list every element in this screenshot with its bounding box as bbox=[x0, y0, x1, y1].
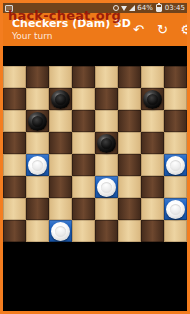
white-piece[interactable] bbox=[51, 222, 70, 241]
square-r2c1[interactable] bbox=[26, 110, 49, 132]
square-r5c4[interactable] bbox=[95, 176, 118, 198]
square-r6c6[interactable] bbox=[141, 198, 164, 220]
board-bottom-gap bbox=[3, 242, 187, 311]
square-r3c2[interactable] bbox=[49, 132, 72, 154]
square-r0c5[interactable] bbox=[118, 66, 141, 88]
app-bar: Checkers (Dam) 3D Your turn ↶ ↻ ⚙ bbox=[3, 13, 187, 46]
square-r0c0[interactable] bbox=[3, 66, 26, 88]
square-r3c1[interactable] bbox=[26, 132, 49, 154]
square-r1c7[interactable] bbox=[164, 88, 187, 110]
square-r7c7[interactable] bbox=[164, 220, 187, 242]
square-r1c6[interactable] bbox=[141, 88, 164, 110]
square-r7c5[interactable] bbox=[118, 220, 141, 242]
battery-icon bbox=[156, 4, 162, 12]
black-piece[interactable] bbox=[97, 134, 116, 153]
board-top-gap bbox=[3, 46, 187, 66]
white-piece[interactable] bbox=[28, 156, 47, 175]
square-r7c6[interactable] bbox=[141, 220, 164, 242]
square-r0c4[interactable] bbox=[95, 66, 118, 88]
square-r0c3[interactable] bbox=[72, 66, 95, 88]
piece-face bbox=[32, 160, 43, 171]
turn-status: Your turn bbox=[12, 31, 131, 41]
square-r4c6[interactable] bbox=[141, 154, 164, 176]
wifi-icon bbox=[121, 6, 127, 11]
page-title: Checkers (Dam) 3D bbox=[12, 18, 131, 31]
piece-face bbox=[147, 94, 158, 105]
square-r2c2[interactable] bbox=[49, 110, 72, 132]
alarm-icon bbox=[113, 5, 119, 11]
square-r1c4[interactable] bbox=[95, 88, 118, 110]
app-bar-actions: ↶ ↻ ⚙ bbox=[131, 23, 190, 36]
square-r3c7[interactable] bbox=[164, 132, 187, 154]
white-piece[interactable] bbox=[166, 156, 185, 175]
square-r5c0[interactable] bbox=[3, 176, 26, 198]
square-r5c1[interactable] bbox=[26, 176, 49, 198]
piece-face bbox=[101, 138, 112, 149]
square-r2c5[interactable] bbox=[118, 110, 141, 132]
square-r4c0[interactable] bbox=[3, 154, 26, 176]
square-r1c2[interactable] bbox=[49, 88, 72, 110]
square-r2c7[interactable] bbox=[164, 110, 187, 132]
square-r6c4[interactable] bbox=[95, 198, 118, 220]
square-r7c2[interactable] bbox=[49, 220, 72, 242]
square-r4c3[interactable] bbox=[72, 154, 95, 176]
piece-face bbox=[32, 116, 43, 127]
undo-icon[interactable]: ↶ bbox=[131, 23, 146, 36]
square-r0c6[interactable] bbox=[141, 66, 164, 88]
square-r6c1[interactable] bbox=[26, 198, 49, 220]
piece-face bbox=[55, 226, 66, 237]
app-bar-titles: Checkers (Dam) 3D Your turn bbox=[12, 18, 131, 41]
screen: 64% 03:45 Checkers (Dam) 3D Your turn ↶ … bbox=[3, 3, 187, 311]
square-r5c5[interactable] bbox=[118, 176, 141, 198]
square-r3c0[interactable] bbox=[3, 132, 26, 154]
clock: 03:45 bbox=[165, 3, 185, 13]
status-bar: 64% 03:45 bbox=[3, 3, 187, 13]
square-r3c3[interactable] bbox=[72, 132, 95, 154]
black-piece[interactable] bbox=[51, 90, 70, 109]
square-r0c2[interactable] bbox=[49, 66, 72, 88]
square-r3c5[interactable] bbox=[118, 132, 141, 154]
notification-icon bbox=[5, 5, 13, 12]
checkers-board bbox=[3, 66, 187, 242]
square-r3c6[interactable] bbox=[141, 132, 164, 154]
square-r4c5[interactable] bbox=[118, 154, 141, 176]
square-r5c3[interactable] bbox=[72, 176, 95, 198]
square-r6c5[interactable] bbox=[118, 198, 141, 220]
square-r0c7[interactable] bbox=[164, 66, 187, 88]
square-r6c2[interactable] bbox=[49, 198, 72, 220]
square-r2c6[interactable] bbox=[141, 110, 164, 132]
black-piece[interactable] bbox=[28, 112, 47, 131]
square-r7c4[interactable] bbox=[95, 220, 118, 242]
restart-icon[interactable]: ↻ bbox=[155, 23, 170, 36]
gear-icon[interactable]: ⚙ bbox=[179, 23, 190, 36]
signal-icon bbox=[129, 5, 135, 11]
square-r5c2[interactable] bbox=[49, 176, 72, 198]
piece-face bbox=[170, 204, 181, 215]
square-r5c7[interactable] bbox=[164, 176, 187, 198]
white-piece[interactable] bbox=[166, 200, 185, 219]
square-r6c3[interactable] bbox=[72, 198, 95, 220]
piece-face bbox=[170, 160, 181, 171]
square-r7c3[interactable] bbox=[72, 220, 95, 242]
square-r0c1[interactable] bbox=[26, 66, 49, 88]
white-piece[interactable] bbox=[97, 178, 116, 197]
square-r1c5[interactable] bbox=[118, 88, 141, 110]
square-r2c4[interactable] bbox=[95, 110, 118, 132]
square-r2c0[interactable] bbox=[3, 110, 26, 132]
square-r4c7[interactable] bbox=[164, 154, 187, 176]
square-r6c7[interactable] bbox=[164, 198, 187, 220]
piece-face bbox=[55, 94, 66, 105]
piece-face bbox=[101, 182, 112, 193]
square-r4c2[interactable] bbox=[49, 154, 72, 176]
black-piece[interactable] bbox=[143, 90, 162, 109]
square-r6c0[interactable] bbox=[3, 198, 26, 220]
square-r4c4[interactable] bbox=[95, 154, 118, 176]
square-r1c3[interactable] bbox=[72, 88, 95, 110]
square-r5c6[interactable] bbox=[141, 176, 164, 198]
battery-percent: 64% bbox=[137, 3, 153, 13]
square-r7c0[interactable] bbox=[3, 220, 26, 242]
square-r7c1[interactable] bbox=[26, 220, 49, 242]
square-r2c3[interactable] bbox=[72, 110, 95, 132]
square-r4c1[interactable] bbox=[26, 154, 49, 176]
square-r1c0[interactable] bbox=[3, 88, 26, 110]
square-r3c4[interactable] bbox=[95, 132, 118, 154]
square-r1c1[interactable] bbox=[26, 88, 49, 110]
